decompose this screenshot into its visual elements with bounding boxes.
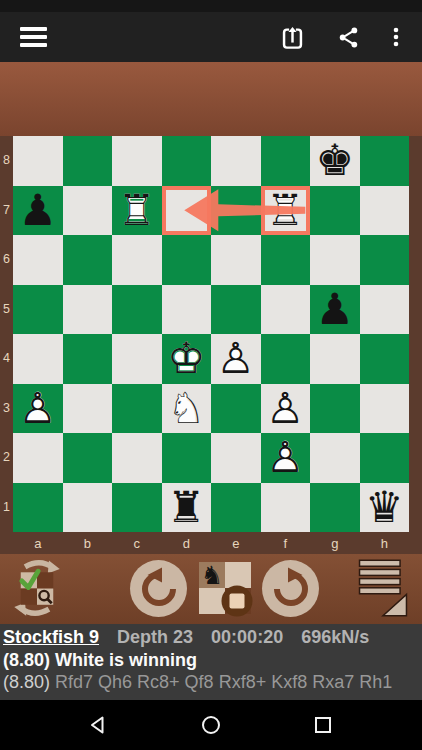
home-icon[interactable]	[199, 713, 223, 737]
square-c1[interactable]	[112, 483, 162, 533]
board-zone: ♚♟♜♖♜♖♟♚♔♟♙♟♙♞♘♟♙♟♙♜♛ 87654321 abcdefgh	[0, 136, 422, 554]
back-icon[interactable]	[87, 713, 111, 737]
black-rook-d1[interactable]: ♜	[162, 483, 212, 533]
rank-label-4: 4	[0, 334, 13, 384]
app-bar	[0, 12, 422, 62]
square-f5[interactable]	[261, 285, 311, 335]
square-c7[interactable]: ♜♖	[112, 186, 162, 236]
engine-eval-summary: (8.80) White is winning	[3, 650, 422, 671]
square-f1[interactable]	[261, 483, 311, 533]
square-d7[interactable]	[162, 186, 212, 236]
redo-arrow-icon	[264, 562, 318, 616]
square-d5[interactable]	[162, 285, 212, 335]
white-pawn-f3[interactable]: ♟♙	[261, 384, 311, 434]
square-h4[interactable]	[360, 334, 410, 384]
rank-label-7: 7	[0, 186, 13, 236]
rank-label-1: 1	[0, 483, 13, 533]
square-e8[interactable]	[211, 136, 261, 186]
square-h1[interactable]: ♛	[360, 483, 410, 533]
white-pawn-a3[interactable]: ♟♙	[13, 384, 63, 434]
square-g6[interactable]	[310, 235, 360, 285]
square-a1[interactable]	[13, 483, 63, 533]
black-king-g8[interactable]: ♚	[310, 136, 360, 186]
recents-icon[interactable]	[311, 713, 335, 737]
square-b3[interactable]	[63, 384, 113, 434]
engine-name[interactable]: Stockfish 9	[3, 627, 99, 647]
square-c3[interactable]	[112, 384, 162, 434]
square-a8[interactable]	[13, 136, 63, 186]
rank-label-2: 2	[0, 433, 13, 483]
square-d8[interactable]	[162, 136, 212, 186]
white-rook-f7[interactable]: ♜♖	[261, 186, 311, 236]
square-d2[interactable]	[162, 433, 212, 483]
engine-time: 00:00:20	[211, 627, 283, 647]
square-d6[interactable]	[162, 235, 212, 285]
white-knight-d3[interactable]: ♞♘	[162, 384, 212, 434]
file-label-b: b	[63, 534, 113, 554]
engine-panel: Stockfish 9 Depth 23 00:00:20 696kN/s (8…	[0, 624, 422, 700]
bottom-toolbar: ♞	[0, 554, 422, 624]
file-label-e: e	[211, 534, 261, 554]
square-b4[interactable]	[63, 334, 113, 384]
square-g7[interactable]	[310, 186, 360, 236]
black-pawn-a7[interactable]: ♟	[13, 186, 63, 236]
square-b2[interactable]	[63, 433, 113, 483]
square-b7[interactable]	[63, 186, 113, 236]
move-list-button[interactable]	[352, 556, 414, 624]
share-icon[interactable]	[332, 21, 364, 53]
square-f7[interactable]: ♜♖	[261, 186, 311, 236]
square-h6[interactable]	[360, 235, 410, 285]
black-pawn-g5[interactable]: ♟	[310, 285, 360, 335]
redo-button[interactable]	[262, 560, 319, 617]
square-g5[interactable]: ♟	[310, 285, 360, 335]
square-e1[interactable]	[211, 483, 261, 533]
black-queen-h1[interactable]: ♛	[360, 483, 410, 533]
square-a7[interactable]: ♟	[13, 186, 63, 236]
file-label-a: a	[13, 534, 63, 554]
rank-label-5: 5	[0, 285, 13, 335]
square-a4[interactable]	[13, 334, 63, 384]
engine-best-line: (8.80) Rfd7 Qh6 Rc8+ Qf8 Rxf8+ Kxf8 Rxa7…	[3, 672, 422, 693]
rank-label-8: 8	[0, 136, 13, 186]
white-pawn-f2[interactable]: ♟♙	[261, 433, 311, 483]
square-g1[interactable]	[310, 483, 360, 533]
undo-arrow-icon	[132, 562, 186, 616]
square-c2[interactable]	[112, 433, 162, 483]
square-f4[interactable]	[261, 334, 311, 384]
file-label-f: f	[261, 534, 311, 554]
square-c8[interactable]	[112, 136, 162, 186]
overflow-menu-icon[interactable]	[380, 21, 412, 53]
white-king-d4[interactable]: ♚♔	[162, 334, 212, 384]
square-b6[interactable]	[63, 235, 113, 285]
android-nav-bar	[0, 700, 422, 750]
analysis-mode-button[interactable]	[11, 557, 63, 623]
square-b8[interactable]	[63, 136, 113, 186]
rank-label-3: 3	[0, 384, 13, 434]
square-g4[interactable]	[310, 334, 360, 384]
square-e5[interactable]	[211, 285, 261, 335]
file-label-c: c	[112, 534, 162, 554]
rank-label-6: 6	[0, 235, 13, 285]
square-a5[interactable]	[13, 285, 63, 335]
square-d1[interactable]: ♜	[162, 483, 212, 533]
file-label-g: g	[310, 534, 360, 554]
square-h5[interactable]	[360, 285, 410, 335]
square-e6[interactable]	[211, 235, 261, 285]
square-a6[interactable]	[13, 235, 63, 285]
phone-screen: ELO 1,571.4 (-14.5) NEXT ♚♟♜♖♜♖♟♚♔♟♙♟♙♞♘…	[0, 0, 422, 750]
square-h8[interactable]	[360, 136, 410, 186]
square-h2[interactable]	[360, 433, 410, 483]
square-f8[interactable]	[261, 136, 311, 186]
square-e7[interactable]	[211, 186, 261, 236]
square-b5[interactable]	[63, 285, 113, 335]
square-h3[interactable]	[360, 384, 410, 434]
status-bar	[0, 0, 422, 12]
square-c5[interactable]	[112, 285, 162, 335]
square-f2[interactable]: ♟♙	[261, 433, 311, 483]
square-e2[interactable]	[211, 433, 261, 483]
square-a3[interactable]: ♟♙	[13, 384, 63, 434]
square-h7[interactable]	[360, 186, 410, 236]
square-g2[interactable]	[310, 433, 360, 483]
square-b1[interactable]	[63, 483, 113, 533]
square-c4[interactable]	[112, 334, 162, 384]
upload-icon[interactable]	[276, 21, 308, 53]
square-a2[interactable]	[13, 433, 63, 483]
chess-board[interactable]: ♚♟♜♖♜♖♟♚♔♟♙♟♙♞♘♟♙♟♙♜♛	[13, 136, 409, 532]
white-pawn-e4[interactable]: ♟♙	[211, 334, 261, 384]
square-f3[interactable]: ♟♙	[261, 384, 311, 434]
square-d4[interactable]: ♚♔	[162, 334, 212, 384]
knight-icon: ♞	[201, 561, 223, 590]
white-rook-c7[interactable]: ♜♖	[112, 186, 162, 236]
square-c6[interactable]	[112, 235, 162, 285]
menu-icon[interactable]	[20, 27, 47, 47]
square-d3[interactable]: ♞♘	[162, 384, 212, 434]
square-e4[interactable]: ♟♙	[211, 334, 261, 384]
square-e3[interactable]	[211, 384, 261, 434]
undo-button[interactable]	[130, 560, 187, 617]
square-f6[interactable]	[261, 235, 311, 285]
file-label-h: h	[360, 534, 410, 554]
board-position-button[interactable]: ♞	[196, 559, 254, 623]
file-label-d: d	[162, 534, 212, 554]
engine-depth: Depth 23	[117, 627, 193, 647]
engine-speed: 696kN/s	[301, 627, 369, 647]
square-g8[interactable]: ♚	[310, 136, 360, 186]
puzzle-result-bar: ELO 1,571.4 (-14.5) NEXT	[0, 62, 422, 136]
square-g3[interactable]	[310, 384, 360, 434]
